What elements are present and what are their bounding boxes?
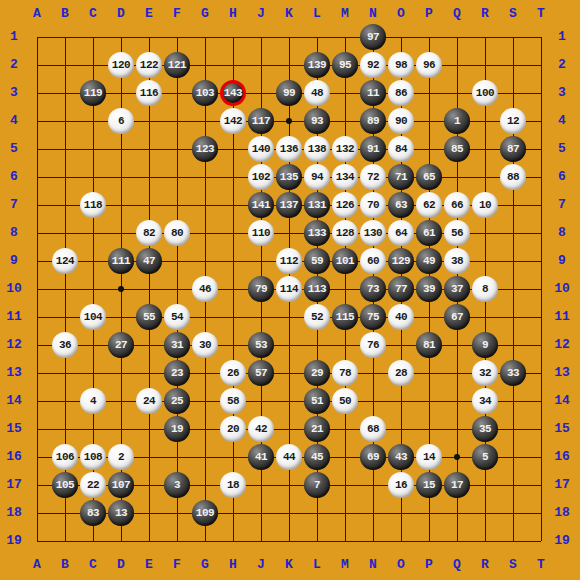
move-number: 78 [339,367,351,379]
move-number: 50 [339,395,351,407]
move-number: 143 [224,87,242,99]
black-stone-K6: 135 [276,164,302,190]
move-number: 25 [171,395,183,407]
move-number: 103 [196,87,214,99]
black-stone-Q10: 37 [444,276,470,302]
black-stone-S13: 33 [500,360,526,386]
white-stone-H17: 18 [220,472,246,498]
black-stone-L7: 131 [304,192,330,218]
white-stone-B9: 124 [52,248,78,274]
move-number: 142 [224,115,242,127]
move-number: 37 [451,283,463,295]
black-stone-O10: 77 [388,276,414,302]
move-number: 61 [423,227,435,239]
black-stone-J10: 79 [248,276,274,302]
black-stone-L16: 45 [304,444,330,470]
black-stone-R15: 35 [472,416,498,442]
move-number: 57 [255,367,267,379]
white-stone-C17: 22 [80,472,106,498]
move-number: 6 [118,115,124,127]
white-stone-S6: 88 [500,164,526,190]
move-number: 21 [311,423,323,435]
black-stone-F15: 19 [164,416,190,442]
black-stone-N4: 89 [360,108,386,134]
move-number: 99 [283,87,295,99]
move-number: 102 [252,171,270,183]
col-label-bottom-M: M [331,551,359,579]
white-stone-O4: 90 [388,108,414,134]
black-stone-C3: 119 [80,80,106,106]
move-number: 93 [311,115,323,127]
move-number: 5 [482,451,488,463]
move-number: 19 [171,423,183,435]
col-label-bottom-S: S [499,551,527,579]
move-number: 136 [280,143,298,155]
black-stone-L8: 133 [304,220,330,246]
move-number: 126 [336,199,354,211]
white-stone-J15: 42 [248,416,274,442]
move-number: 86 [395,87,407,99]
col-label-bottom-H: H [219,551,247,579]
move-number: 129 [392,255,410,267]
move-number: 14 [423,451,435,463]
black-stone-N3: 11 [360,80,386,106]
white-stone-N6: 72 [360,164,386,190]
move-number: 72 [367,171,379,183]
white-stone-H14: 58 [220,388,246,414]
move-number: 110 [252,227,270,239]
white-stone-O11: 40 [388,304,414,330]
move-number: 112 [280,255,298,267]
move-number: 109 [196,507,214,519]
black-stone-D17: 107 [108,472,134,498]
move-number: 10 [479,199,491,211]
move-number: 33 [507,367,519,379]
black-stone-P10: 39 [416,276,442,302]
black-stone-M2: 95 [332,52,358,78]
black-stone-L17: 7 [304,472,330,498]
white-stone-N12: 76 [360,332,386,358]
col-label-bottom-E: E [135,551,163,579]
move-number: 17 [451,479,463,491]
move-number: 44 [283,451,295,463]
move-number: 108 [84,451,102,463]
move-number: 68 [367,423,379,435]
move-number: 130 [364,227,382,239]
move-number: 32 [479,367,491,379]
move-number: 27 [115,339,127,351]
white-stone-M5: 132 [332,136,358,162]
black-stone-O7: 63 [388,192,414,218]
move-number: 92 [367,59,379,71]
move-number: 62 [423,199,435,211]
move-number: 138 [308,143,326,155]
move-number: 43 [395,451,407,463]
move-number: 85 [451,143,463,155]
white-stone-L6: 94 [304,164,330,190]
black-stone-E11: 55 [136,304,162,330]
white-stone-E3: 116 [136,80,162,106]
move-number: 65 [423,171,435,183]
move-number: 104 [84,311,102,323]
move-number: 24 [143,395,155,407]
move-number: 75 [367,311,379,323]
white-stone-R13: 32 [472,360,498,386]
move-number: 26 [227,367,239,379]
col-label-bottom-D: D [107,551,135,579]
black-stone-O16: 43 [388,444,414,470]
white-stone-F8: 80 [164,220,190,246]
move-number: 35 [479,423,491,435]
move-number: 137 [280,199,298,211]
col-label-bottom-L: L [303,551,331,579]
black-stone-F13: 23 [164,360,190,386]
go-board: ABCDEFGHJKLMNOPQRST ABCDEFGHJKLMNOPQRST … [0,0,580,580]
move-number: 63 [395,199,407,211]
move-number: 46 [199,283,211,295]
black-stone-G3: 103 [192,80,218,106]
move-number: 69 [367,451,379,463]
col-label-bottom-C: C [79,551,107,579]
move-number: 128 [336,227,354,239]
move-number: 95 [339,59,351,71]
black-stone-L13: 29 [304,360,330,386]
move-number: 87 [507,143,519,155]
white-stone-N15: 68 [360,416,386,442]
white-stone-M6: 134 [332,164,358,190]
move-number: 94 [311,171,323,183]
white-stone-N2: 92 [360,52,386,78]
white-stone-N9: 60 [360,248,386,274]
black-stone-P8: 61 [416,220,442,246]
move-number: 23 [171,367,183,379]
move-number: 132 [336,143,354,155]
move-number: 20 [227,423,239,435]
white-stone-O13: 28 [388,360,414,386]
move-number: 115 [336,311,354,323]
move-number: 42 [255,423,267,435]
white-stone-P16: 14 [416,444,442,470]
black-stone-P17: 15 [416,472,442,498]
white-stone-F11: 54 [164,304,190,330]
white-stone-L3: 48 [304,80,330,106]
move-number: 123 [196,143,214,155]
black-stone-P9: 49 [416,248,442,274]
move-number: 16 [395,479,407,491]
move-number: 48 [311,87,323,99]
white-stone-H13: 26 [220,360,246,386]
move-number: 36 [59,339,71,351]
move-number: 60 [367,255,379,267]
move-number: 113 [308,283,326,295]
move-number: 11 [367,87,379,99]
move-number: 131 [308,199,326,211]
white-stone-M7: 126 [332,192,358,218]
move-number: 88 [507,171,519,183]
white-stone-E2: 122 [136,52,162,78]
black-stone-Q5: 85 [444,136,470,162]
move-number: 39 [423,283,435,295]
move-number: 1 [454,115,460,127]
white-stone-K10: 114 [276,276,302,302]
white-stone-H15: 20 [220,416,246,442]
white-stone-J6: 102 [248,164,274,190]
move-number: 111 [112,255,130,267]
white-stone-G10: 46 [192,276,218,302]
move-number: 135 [280,171,298,183]
col-label-bottom-N: N [359,551,387,579]
black-stone-L14: 51 [304,388,330,414]
move-number: 114 [280,283,298,295]
white-stone-N7: 70 [360,192,386,218]
white-stone-L11: 52 [304,304,330,330]
move-number: 98 [395,59,407,71]
move-number: 29 [311,367,323,379]
black-stone-D18: 13 [108,500,134,526]
move-number: 116 [140,87,158,99]
black-stone-L15: 21 [304,416,330,442]
white-stone-R10: 8 [472,276,498,302]
move-number: 41 [255,451,267,463]
move-number: 82 [143,227,155,239]
black-stone-R16: 5 [472,444,498,470]
black-stone-Q17: 17 [444,472,470,498]
move-number: 53 [255,339,267,351]
move-number: 56 [451,227,463,239]
black-stone-E9: 47 [136,248,162,274]
move-number: 52 [311,311,323,323]
black-stone-L10: 113 [304,276,330,302]
move-number: 133 [308,227,326,239]
move-number: 45 [311,451,323,463]
col-label-bottom-R: R [471,551,499,579]
move-number: 139 [308,59,326,71]
move-number: 124 [56,255,74,267]
move-number: 80 [171,227,183,239]
move-number: 3 [174,479,180,491]
black-stone-F17: 3 [164,472,190,498]
move-number: 66 [451,199,463,211]
move-number: 34 [479,395,491,407]
move-number: 7 [314,479,320,491]
black-stone-Q4: 1 [444,108,470,134]
col-label-bottom-G: G [191,551,219,579]
move-number: 51 [311,395,323,407]
col-label-bottom-F: F [163,551,191,579]
move-number: 84 [395,143,407,155]
black-stone-L9: 59 [304,248,330,274]
move-number: 31 [171,339,183,351]
move-number: 134 [336,171,354,183]
black-stone-N11: 75 [360,304,386,330]
white-stone-M13: 78 [332,360,358,386]
black-stone-N16: 69 [360,444,386,470]
move-number: 81 [423,339,435,351]
move-number: 22 [87,479,99,491]
move-number: 119 [84,87,102,99]
move-number: 83 [87,507,99,519]
move-number: 28 [395,367,407,379]
white-stone-D16: 2 [108,444,134,470]
move-number: 101 [336,255,354,267]
black-stone-B17: 105 [52,472,78,498]
move-number: 58 [227,395,239,407]
black-stone-J7: 141 [248,192,274,218]
black-stone-J12: 53 [248,332,274,358]
white-stone-Q9: 38 [444,248,470,274]
black-stone-J16: 41 [248,444,274,470]
black-stone-N10: 73 [360,276,386,302]
black-stone-J4: 117 [248,108,274,134]
white-stone-B16: 106 [52,444,78,470]
move-number: 118 [84,199,102,211]
white-stone-O17: 16 [388,472,414,498]
move-number: 73 [367,283,379,295]
move-number: 67 [451,311,463,323]
col-label-bottom-J: J [247,551,275,579]
black-stone-D12: 27 [108,332,134,358]
move-number: 77 [395,283,407,295]
white-stone-P7: 62 [416,192,442,218]
move-number: 76 [367,339,379,351]
col-label-bottom-Q: Q [443,551,471,579]
move-number: 2 [118,451,124,463]
move-number: 79 [255,283,267,295]
move-number: 141 [252,199,270,211]
black-stone-S5: 87 [500,136,526,162]
move-number: 64 [395,227,407,239]
white-stone-O5: 84 [388,136,414,162]
white-stone-D2: 120 [108,52,134,78]
black-stone-O6: 71 [388,164,414,190]
white-stone-K9: 112 [276,248,302,274]
black-stone-F2: 121 [164,52,190,78]
white-stone-S4: 12 [500,108,526,134]
black-stone-D9: 111 [108,248,134,274]
move-number: 30 [199,339,211,351]
move-number: 4 [90,395,96,407]
white-stone-J5: 140 [248,136,274,162]
move-number: 120 [112,59,130,71]
move-number: 96 [423,59,435,71]
white-stone-Q7: 66 [444,192,470,218]
stones-grid: 1234567891011121314151617181920212223242… [23,23,555,555]
move-number: 49 [423,255,435,267]
black-stone-K7: 137 [276,192,302,218]
white-stone-E8: 82 [136,220,162,246]
white-stone-R14: 34 [472,388,498,414]
white-stone-O2: 98 [388,52,414,78]
black-stone-G5: 123 [192,136,218,162]
black-stone-M11: 115 [332,304,358,330]
black-stone-H3-last-move: 143 [220,80,246,106]
white-stone-E14: 24 [136,388,162,414]
black-stone-N5: 91 [360,136,386,162]
move-number: 47 [143,255,155,267]
white-stone-Q8: 56 [444,220,470,246]
move-number: 54 [171,311,183,323]
col-label-bottom-K: K [275,551,303,579]
white-stone-O3: 86 [388,80,414,106]
white-stone-K16: 44 [276,444,302,470]
col-label-bottom-O: O [387,551,415,579]
black-stone-F12: 31 [164,332,190,358]
move-number: 100 [476,87,494,99]
black-stone-K3: 99 [276,80,302,106]
white-stone-O8: 64 [388,220,414,246]
white-stone-K5: 136 [276,136,302,162]
black-stone-Q11: 67 [444,304,470,330]
black-stone-L4: 93 [304,108,330,134]
move-number: 140 [252,143,270,155]
move-number: 55 [143,311,155,323]
move-number: 59 [311,255,323,267]
white-stone-R7: 10 [472,192,498,218]
white-stone-G12: 30 [192,332,218,358]
white-stone-N8: 130 [360,220,386,246]
move-number: 71 [395,171,407,183]
move-number: 121 [168,59,186,71]
black-stone-L2: 139 [304,52,330,78]
white-stone-M14: 50 [332,388,358,414]
move-number: 97 [367,31,379,43]
move-number: 13 [115,507,127,519]
move-number: 107 [112,479,130,491]
black-stone-M9: 101 [332,248,358,274]
move-number: 91 [367,143,379,155]
move-number: 12 [507,115,519,127]
move-number: 90 [395,115,407,127]
move-number: 15 [423,479,435,491]
col-label-bottom-B: B [51,551,79,579]
move-number: 117 [252,115,270,127]
col-label-bottom-A: A [23,551,51,579]
move-number: 70 [367,199,379,211]
black-stone-R12: 9 [472,332,498,358]
white-stone-C16: 108 [80,444,106,470]
move-number: 106 [56,451,74,463]
white-stone-J8: 110 [248,220,274,246]
black-stone-O9: 129 [388,248,414,274]
white-stone-C14: 4 [80,388,106,414]
black-stone-G18: 109 [192,500,218,526]
white-stone-P2: 96 [416,52,442,78]
black-stone-C18: 83 [80,500,106,526]
move-number: 40 [395,311,407,323]
black-stone-N1: 97 [360,24,386,50]
white-stone-L5: 138 [304,136,330,162]
white-stone-C11: 104 [80,304,106,330]
col-label-bottom-T: T [527,551,555,579]
move-number: 105 [56,479,74,491]
move-number: 9 [482,339,488,351]
black-stone-F14: 25 [164,388,190,414]
white-stone-R3: 100 [472,80,498,106]
white-stone-M8: 128 [332,220,358,246]
black-stone-P6: 65 [416,164,442,190]
move-number: 8 [482,283,488,295]
white-stone-B12: 36 [52,332,78,358]
white-stone-C7: 118 [80,192,106,218]
white-stone-D4: 6 [108,108,134,134]
black-stone-P12: 81 [416,332,442,358]
col-label-bottom-P: P [415,551,443,579]
white-stone-H4: 142 [220,108,246,134]
move-number: 89 [367,115,379,127]
move-number: 122 [140,59,158,71]
black-stone-J13: 57 [248,360,274,386]
move-number: 38 [451,255,463,267]
